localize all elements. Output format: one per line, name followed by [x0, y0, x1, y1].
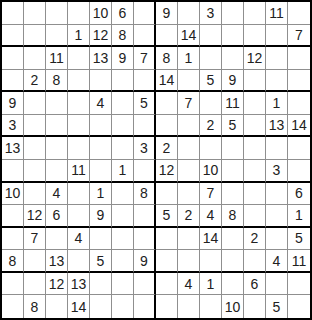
sudoku-board: 1069311112814711139781122814599457111325… [0, 0, 312, 320]
cell-r14c2-given[interactable]: 8 [24, 295, 46, 318]
cell-r4c6-empty[interactable] [112, 70, 134, 93]
cell-r8c4-given[interactable]: 11 [68, 160, 90, 183]
cell-r9c10-given[interactable]: 7 [200, 183, 222, 206]
cell-r9c11-empty[interactable] [222, 183, 244, 206]
cell-r1c14-empty[interactable] [288, 2, 310, 25]
cell-r1c5-given[interactable]: 10 [90, 2, 112, 25]
cell-r8c7-empty[interactable] [134, 160, 156, 183]
cell-r3c8-given[interactable]: 8 [156, 47, 178, 70]
cell-r7c10-empty[interactable] [200, 137, 222, 160]
cell-r10c10-given[interactable]: 4 [200, 205, 222, 228]
cell-r5c8-empty[interactable] [156, 92, 178, 115]
cell-r10c8-given[interactable]: 5 [156, 205, 178, 228]
cell-r2c1-empty[interactable] [2, 25, 24, 48]
cell-r4c1-empty[interactable] [2, 70, 24, 93]
cell-r13c7-empty[interactable] [134, 273, 156, 296]
cell-r3c7-given[interactable]: 7 [134, 47, 156, 70]
cell-r12c8-empty[interactable] [156, 250, 178, 273]
cell-r14c4-given[interactable]: 14 [68, 295, 90, 318]
cell-r5c2-empty[interactable] [24, 92, 46, 115]
cell-r2c7-empty[interactable] [134, 25, 156, 48]
cell-r13c4-given[interactable]: 13 [68, 273, 90, 296]
cell-r14c9-empty[interactable] [178, 295, 200, 318]
cell-r13c6-empty[interactable] [112, 273, 134, 296]
cell-r8c13-given[interactable]: 3 [266, 160, 288, 183]
cell-r5c13-given[interactable]: 1 [266, 92, 288, 115]
cell-r1c13-given[interactable]: 11 [266, 2, 288, 25]
cell-r1c7-empty[interactable] [134, 2, 156, 25]
cell-r5c4-empty[interactable] [68, 92, 90, 115]
cell-r12c7-given[interactable]: 9 [134, 250, 156, 273]
cell-r11c3-empty[interactable] [46, 228, 68, 251]
cell-r4c11-given[interactable]: 9 [222, 70, 244, 93]
cell-r11c7-empty[interactable] [134, 228, 156, 251]
cell-r9c7-given[interactable]: 8 [134, 183, 156, 206]
cell-r13c9-given[interactable]: 4 [178, 273, 200, 296]
cell-r10c3-given[interactable]: 6 [46, 205, 68, 228]
cell-r2c2-empty[interactable] [24, 25, 46, 48]
cell-r4c7-empty[interactable] [134, 70, 156, 93]
cell-r6c11-given[interactable]: 5 [222, 115, 244, 138]
cell-r11c2-given[interactable]: 7 [24, 228, 46, 251]
cell-r8c6-given[interactable]: 1 [112, 160, 134, 183]
cell-r2c8-empty[interactable] [156, 25, 178, 48]
cell-r12c6-empty[interactable] [112, 250, 134, 273]
cell-r6c6-empty[interactable] [112, 115, 134, 138]
cell-r11c11-empty[interactable] [222, 228, 244, 251]
cell-r7c14-empty[interactable] [288, 137, 310, 160]
cell-r1c4-empty[interactable] [68, 2, 90, 25]
cell-r2c9-given[interactable]: 14 [178, 25, 200, 48]
cell-r11c6-empty[interactable] [112, 228, 134, 251]
cell-r7c13-empty[interactable] [266, 137, 288, 160]
cell-r11c8-empty[interactable] [156, 228, 178, 251]
cell-r8c8-given[interactable]: 12 [156, 160, 178, 183]
cell-r14c11-given[interactable]: 10 [222, 295, 244, 318]
cell-r8c10-given[interactable]: 10 [200, 160, 222, 183]
cell-r6c14-given[interactable]: 14 [288, 115, 310, 138]
cell-r12c13-given[interactable]: 4 [266, 250, 288, 273]
cell-r2c14-given[interactable]: 7 [288, 25, 310, 48]
cell-r6c4-empty[interactable] [68, 115, 90, 138]
cell-r2c6-given[interactable]: 8 [112, 25, 134, 48]
cell-r7c8-given[interactable]: 2 [156, 137, 178, 160]
cell-r5c3-empty[interactable] [46, 92, 68, 115]
cell-r6c7-empty[interactable] [134, 115, 156, 138]
cell-r8c11-empty[interactable] [222, 160, 244, 183]
cell-r6c13-given[interactable]: 13 [266, 115, 288, 138]
cell-r11c4-given[interactable]: 4 [68, 228, 90, 251]
cell-r14c14-empty[interactable] [288, 295, 310, 318]
cell-r10c11-given[interactable]: 8 [222, 205, 244, 228]
cell-r11c13-empty[interactable] [266, 228, 288, 251]
cell-r5c9-given[interactable]: 7 [178, 92, 200, 115]
cell-r1c9-empty[interactable] [178, 2, 200, 25]
cell-r2c10-empty[interactable] [200, 25, 222, 48]
cell-r9c5-given[interactable]: 1 [90, 183, 112, 206]
cell-r10c2-given[interactable]: 12 [24, 205, 46, 228]
cell-r1c8-given[interactable]: 9 [156, 2, 178, 25]
cell-r8c3-empty[interactable] [46, 160, 68, 183]
cell-r11c14-given[interactable]: 5 [288, 228, 310, 251]
cell-r1c3-empty[interactable] [46, 2, 68, 25]
cell-r12c12-empty[interactable] [244, 250, 266, 273]
cell-r6c9-empty[interactable] [178, 115, 200, 138]
cell-r13c2-empty[interactable] [24, 273, 46, 296]
cell-r13c3-given[interactable]: 12 [46, 273, 68, 296]
cell-r2c4-given[interactable]: 1 [68, 25, 90, 48]
cell-r4c9-empty[interactable] [178, 70, 200, 93]
cell-r9c14-given[interactable]: 6 [288, 183, 310, 206]
cell-r6c3-empty[interactable] [46, 115, 68, 138]
cell-r7c6-empty[interactable] [112, 137, 134, 160]
cell-r14c5-empty[interactable] [90, 295, 112, 318]
cell-r7c9-empty[interactable] [178, 137, 200, 160]
cell-r12c9-empty[interactable] [178, 250, 200, 273]
cell-r6c1-given[interactable]: 3 [2, 115, 24, 138]
cell-r5c12-empty[interactable] [244, 92, 266, 115]
cell-r10c1-empty[interactable] [2, 205, 24, 228]
cell-r6c10-given[interactable]: 2 [200, 115, 222, 138]
cell-r9c12-empty[interactable] [244, 183, 266, 206]
cell-r5c7-given[interactable]: 5 [134, 92, 156, 115]
cell-r3c1-empty[interactable] [2, 47, 24, 70]
cell-r6c2-empty[interactable] [24, 115, 46, 138]
cell-r1c6-given[interactable]: 6 [112, 2, 134, 25]
cell-r4c5-empty[interactable] [90, 70, 112, 93]
cell-r7c7-given[interactable]: 3 [134, 137, 156, 160]
cell-r4c10-given[interactable]: 5 [200, 70, 222, 93]
cell-r11c9-empty[interactable] [178, 228, 200, 251]
cell-r10c7-empty[interactable] [134, 205, 156, 228]
cell-r13c12-given[interactable]: 6 [244, 273, 266, 296]
cell-r3c14-empty[interactable] [288, 47, 310, 70]
cell-r10c13-empty[interactable] [266, 205, 288, 228]
cell-r2c3-empty[interactable] [46, 25, 68, 48]
cell-r4c4-empty[interactable] [68, 70, 90, 93]
cell-r14c10-empty[interactable] [200, 295, 222, 318]
cell-r12c2-empty[interactable] [24, 250, 46, 273]
cell-r10c4-empty[interactable] [68, 205, 90, 228]
cell-r3c6-given[interactable]: 9 [112, 47, 134, 70]
cell-r5c1-given[interactable]: 9 [2, 92, 24, 115]
cell-r9c4-empty[interactable] [68, 183, 90, 206]
cell-r7c12-empty[interactable] [244, 137, 266, 160]
cell-r5c14-empty[interactable] [288, 92, 310, 115]
cell-r2c11-empty[interactable] [222, 25, 244, 48]
cell-r14c1-empty[interactable] [2, 295, 24, 318]
cell-r4c12-empty[interactable] [244, 70, 266, 93]
cell-r10c5-given[interactable]: 9 [90, 205, 112, 228]
cell-r12c4-empty[interactable] [68, 250, 90, 273]
cell-r1c1-empty[interactable] [2, 2, 24, 25]
cell-r4c3-given[interactable]: 8 [46, 70, 68, 93]
cell-r1c12-empty[interactable] [244, 2, 266, 25]
cell-r3c9-given[interactable]: 1 [178, 47, 200, 70]
cell-r13c13-empty[interactable] [266, 273, 288, 296]
cell-r12c14-given[interactable]: 11 [288, 250, 310, 273]
cell-r3c5-given[interactable]: 13 [90, 47, 112, 70]
cell-r14c6-empty[interactable] [112, 295, 134, 318]
cell-r12c3-given[interactable]: 13 [46, 250, 68, 273]
cell-r13c14-empty[interactable] [288, 273, 310, 296]
cell-r4c13-empty[interactable] [266, 70, 288, 93]
cell-r4c14-empty[interactable] [288, 70, 310, 93]
cell-r8c5-empty[interactable] [90, 160, 112, 183]
cell-r13c11-empty[interactable] [222, 273, 244, 296]
cell-r3c10-empty[interactable] [200, 47, 222, 70]
cell-r10c9-given[interactable]: 2 [178, 205, 200, 228]
cell-r2c5-given[interactable]: 12 [90, 25, 112, 48]
cell-r3c3-given[interactable]: 11 [46, 47, 68, 70]
cell-r12c11-empty[interactable] [222, 250, 244, 273]
cell-r9c1-given[interactable]: 10 [2, 183, 24, 206]
cell-r9c3-given[interactable]: 4 [46, 183, 68, 206]
cell-r2c12-empty[interactable] [244, 25, 266, 48]
cell-r4c8-given[interactable]: 14 [156, 70, 178, 93]
cell-r8c14-empty[interactable] [288, 160, 310, 183]
cell-r11c1-empty[interactable] [2, 228, 24, 251]
cell-r7c11-empty[interactable] [222, 137, 244, 160]
cell-r11c5-empty[interactable] [90, 228, 112, 251]
cell-r4c2-given[interactable]: 2 [24, 70, 46, 93]
cell-r10c12-empty[interactable] [244, 205, 266, 228]
cell-r3c13-empty[interactable] [266, 47, 288, 70]
cell-r3c12-given[interactable]: 12 [244, 47, 266, 70]
cell-r7c4-empty[interactable] [68, 137, 90, 160]
cell-r7c2-empty[interactable] [24, 137, 46, 160]
cell-r12c5-given[interactable]: 5 [90, 250, 112, 273]
cell-r14c7-empty[interactable] [134, 295, 156, 318]
cell-r13c8-empty[interactable] [156, 273, 178, 296]
cell-r6c5-empty[interactable] [90, 115, 112, 138]
cell-r14c13-given[interactable]: 5 [266, 295, 288, 318]
cell-r5c6-empty[interactable] [112, 92, 134, 115]
cell-r3c4-empty[interactable] [68, 47, 90, 70]
cell-r5c11-given[interactable]: 11 [222, 92, 244, 115]
cell-r11c10-given[interactable]: 14 [200, 228, 222, 251]
cell-r9c6-empty[interactable] [112, 183, 134, 206]
cell-r6c12-empty[interactable] [244, 115, 266, 138]
cell-r1c2-empty[interactable] [24, 2, 46, 25]
cell-r3c2-empty[interactable] [24, 47, 46, 70]
cell-r3c11-empty[interactable] [222, 47, 244, 70]
cell-r1c10-given[interactable]: 3 [200, 2, 222, 25]
cell-r7c1-given[interactable]: 13 [2, 137, 24, 160]
cell-r7c3-empty[interactable] [46, 137, 68, 160]
cell-r2c13-empty[interactable] [266, 25, 288, 48]
cell-r8c9-empty[interactable] [178, 160, 200, 183]
cell-r14c8-empty[interactable] [156, 295, 178, 318]
cell-r13c10-given[interactable]: 1 [200, 273, 222, 296]
cell-r5c10-empty[interactable] [200, 92, 222, 115]
cell-r11c12-given[interactable]: 2 [244, 228, 266, 251]
cell-r1c11-empty[interactable] [222, 2, 244, 25]
cell-r9c8-empty[interactable] [156, 183, 178, 206]
cell-r6c8-empty[interactable] [156, 115, 178, 138]
cell-r13c5-empty[interactable] [90, 273, 112, 296]
cell-r10c6-empty[interactable] [112, 205, 134, 228]
cell-r7c5-empty[interactable] [90, 137, 112, 160]
cell-r13c1-empty[interactable] [2, 273, 24, 296]
cell-r9c2-empty[interactable] [24, 183, 46, 206]
cell-r9c13-empty[interactable] [266, 183, 288, 206]
cell-r14c12-empty[interactable] [244, 295, 266, 318]
cell-r8c12-empty[interactable] [244, 160, 266, 183]
cell-r10c14-given[interactable]: 1 [288, 205, 310, 228]
cell-r8c1-empty[interactable] [2, 160, 24, 183]
cell-r14c3-empty[interactable] [46, 295, 68, 318]
cell-r8c2-empty[interactable] [24, 160, 46, 183]
cell-r12c1-given[interactable]: 8 [2, 250, 24, 273]
cell-r5c5-given[interactable]: 4 [90, 92, 112, 115]
cell-r12c10-empty[interactable] [200, 250, 222, 273]
cell-r9c9-empty[interactable] [178, 183, 200, 206]
